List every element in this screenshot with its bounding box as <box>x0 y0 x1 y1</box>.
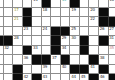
cell-r3-c1[interactable] <box>4 27 14 37</box>
clue-number: 16 <box>109 0 114 2</box>
clue-number: 30 <box>71 36 76 40</box>
clue-number: 18 <box>43 8 48 12</box>
clue-number: 24 <box>43 27 48 31</box>
black-cell-r7-c8 <box>70 65 80 75</box>
black-cell-r8-c2 <box>13 74 23 80</box>
cell-r5-c1[interactable]: 32 <box>4 46 14 56</box>
cell-r1-c9[interactable] <box>80 8 90 18</box>
cell-r0-c9[interactable] <box>80 0 90 8</box>
clue-number: 22 <box>90 17 95 21</box>
clue-number: 15 <box>62 0 67 2</box>
clue-number: 36 <box>23 56 28 60</box>
cell-r0-c7[interactable]: 15 <box>61 0 71 8</box>
cell-r0-c6[interactable] <box>51 0 61 8</box>
cell-r3-c10[interactable] <box>89 27 99 37</box>
clue-number: 20 <box>90 8 95 12</box>
cell-r5-c4[interactable]: 33 <box>32 46 42 56</box>
cell-r3-c3[interactable]: 23 <box>23 27 33 37</box>
cell-r0-c12[interactable]: 16 <box>109 0 115 8</box>
cell-r5-c7[interactable]: 34 <box>61 46 71 56</box>
cell-r7-c4[interactable] <box>32 65 42 75</box>
cell-r2-c10[interactable]: 22 <box>89 17 99 27</box>
clue-number: 19 <box>71 8 76 12</box>
cell-r7-c10[interactable]: 41 <box>89 65 99 75</box>
cell-r6-c12[interactable] <box>109 55 115 65</box>
clue-number: 14 <box>33 0 38 2</box>
clue-number: 46 <box>100 75 105 79</box>
cell-r6-c8[interactable] <box>70 55 80 65</box>
black-cell-r8-c10 <box>89 74 99 80</box>
cell-r6-c9[interactable] <box>80 55 90 65</box>
clue-number: 35 <box>109 46 114 50</box>
clue-number: 43 <box>43 75 48 79</box>
cell-r5-c5[interactable] <box>42 46 52 56</box>
clue-number: 33 <box>33 46 38 50</box>
cell-r4-c5[interactable] <box>42 36 52 46</box>
black-cell-r7-c9 <box>80 65 90 75</box>
cell-r3-c11[interactable]: 26 <box>99 27 109 37</box>
clue-number: 38 <box>100 56 105 60</box>
cell-r8-c8[interactable]: 44 <box>70 74 80 80</box>
clue-number: 44 <box>71 75 76 79</box>
cell-r3-c5[interactable]: 24 <box>42 27 52 37</box>
cell-r2-c6[interactable] <box>51 17 61 27</box>
clue-number: 29 <box>62 36 67 40</box>
cell-r1-c12[interactable] <box>109 8 115 18</box>
cell-r7-c3[interactable] <box>23 65 33 75</box>
crossword-grid: 1415161718192021222324252627282930313233… <box>0 0 115 80</box>
cell-r2-c4[interactable] <box>32 17 42 27</box>
black-cell-r6-c4 <box>32 55 42 65</box>
black-cell-r8-c12 <box>109 74 115 80</box>
cell-r6-c1[interactable] <box>4 55 14 65</box>
cell-r1-c6[interactable] <box>51 8 61 18</box>
cell-r2-c9[interactable] <box>80 17 90 27</box>
cell-r6-c6[interactable]: 37 <box>51 55 61 65</box>
clue-number: 37 <box>52 56 57 60</box>
cell-r5-c2[interactable] <box>13 46 23 56</box>
cell-r5-c12[interactable]: 35 <box>109 46 115 56</box>
black-cell-r5-c9 <box>80 46 90 56</box>
clue-number: 27 <box>109 27 114 31</box>
clue-number: 17 <box>14 8 19 12</box>
cell-r1-c1[interactable] <box>4 8 14 18</box>
cell-r3-c9[interactable] <box>80 27 90 37</box>
cell-r8-c6[interactable] <box>51 74 61 80</box>
cell-r1-c8[interactable]: 19 <box>70 8 80 18</box>
clue-number: 21 <box>14 17 19 21</box>
cell-r2-c2[interactable]: 21 <box>13 17 23 27</box>
black-cell-r4-c6 <box>51 36 61 46</box>
clue-number: 32 <box>4 46 9 50</box>
clue-number: 28 <box>14 36 19 40</box>
cell-r2-c7[interactable] <box>61 17 71 27</box>
clue-number: 39 <box>43 65 48 69</box>
cell-r7-c1[interactable] <box>4 65 14 75</box>
clue-number: 42 <box>23 75 28 79</box>
black-cell-r3-c6 <box>51 27 61 37</box>
cell-r1-c4[interactable] <box>32 8 42 18</box>
cell-r1-c7[interactable] <box>61 8 71 18</box>
cell-r0-c11[interactable] <box>99 0 109 8</box>
cell-r0-c1[interactable] <box>4 0 14 8</box>
cell-r8-c7[interactable] <box>61 74 71 80</box>
clue-number: 40 <box>62 65 67 69</box>
black-cell-r7-c11 <box>99 65 109 75</box>
clue-number: 34 <box>62 46 67 50</box>
cell-r5-c8[interactable] <box>70 46 80 56</box>
clue-number: 31 <box>109 36 114 40</box>
clue-number: 25 <box>71 27 76 31</box>
cell-r8-c11[interactable]: 46 <box>99 74 109 80</box>
black-cell-r1-c3 <box>23 8 33 18</box>
cell-r8-c9[interactable]: 45 <box>80 74 90 80</box>
cell-r2-c1[interactable] <box>4 17 14 27</box>
cell-r8-c3[interactable]: 42 <box>23 74 33 80</box>
cell-r4-c10[interactable] <box>89 36 99 46</box>
cell-r6-c3[interactable]: 36 <box>23 55 33 65</box>
cell-r5-c10[interactable] <box>89 46 99 56</box>
black-cell-r1-c11 <box>99 8 109 18</box>
cell-r0-c3[interactable] <box>23 0 33 8</box>
black-cell-r4-c9 <box>80 36 90 46</box>
clue-number: 41 <box>90 65 95 69</box>
cell-r7-c5[interactable]: 39 <box>42 65 52 75</box>
clue-number: 26 <box>100 27 105 31</box>
black-cell-r5-c6 <box>51 46 61 56</box>
cell-r8-c5[interactable]: 43 <box>42 74 52 80</box>
clue-number: 23 <box>23 27 28 31</box>
clue-number: 45 <box>81 75 86 79</box>
black-cell-r7-c2 <box>13 65 23 75</box>
cell-r0-c4[interactable]: 14 <box>32 0 42 8</box>
cell-r6-c11[interactable]: 38 <box>99 55 109 65</box>
cell-r7-c7[interactable]: 40 <box>61 65 71 75</box>
cell-r7-c12[interactable] <box>109 65 115 75</box>
cell-r8-c1[interactable] <box>4 74 14 80</box>
black-cell-r5-c3 <box>23 46 33 56</box>
cell-r1-c5[interactable]: 18 <box>42 8 52 18</box>
cell-r3-c4[interactable] <box>32 27 42 37</box>
cell-r4-c8[interactable]: 30 <box>70 36 80 46</box>
black-cell-r8-c4 <box>32 74 42 80</box>
cell-r7-c6[interactable] <box>51 65 61 75</box>
cell-r4-c3[interactable] <box>23 36 33 46</box>
cell-r4-c2[interactable]: 28 <box>13 36 23 46</box>
black-cell-r4-c11 <box>99 36 109 46</box>
cell-r6-c2[interactable] <box>13 55 23 65</box>
cell-r5-c11[interactable] <box>99 46 109 56</box>
crossword-frame: 1415161718192021222324252627282930313233… <box>0 0 115 80</box>
